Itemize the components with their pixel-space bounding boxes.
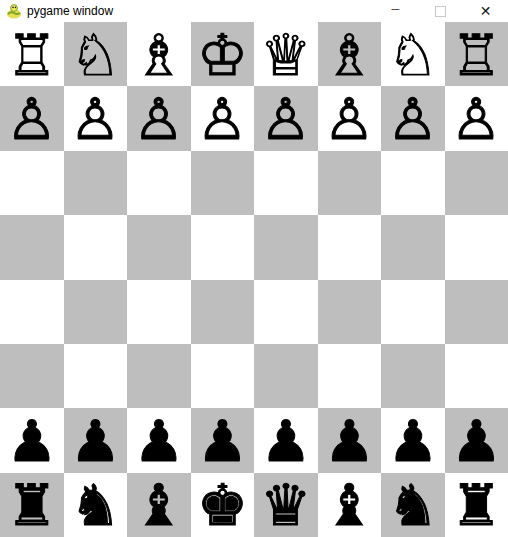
piece-wP: ♙ [451,91,502,148]
piece-bP: ♟ [324,413,375,470]
piece-wN: ♘ [387,27,438,84]
minimize-button[interactable]: ─ [373,0,418,22]
piece-wN: ♘ [70,27,121,84]
piece-bP: ♟ [133,413,184,470]
square-d3[interactable] [191,151,255,215]
square-b8[interactable]: ♞ [64,473,128,537]
square-c4[interactable] [127,215,191,279]
square-b1[interactable]: ♘ [64,22,128,86]
square-a2[interactable]: ♙ [0,86,64,150]
square-g3[interactable] [381,151,445,215]
square-g5[interactable] [381,280,445,344]
square-c6[interactable] [127,344,191,408]
piece-wP: ♙ [6,91,57,148]
minimize-icon: ─ [392,3,400,15]
close-icon: ✕ [480,3,492,19]
square-c5[interactable] [127,280,191,344]
piece-wP: ♙ [260,91,311,148]
piece-wP: ♙ [324,91,375,148]
square-a7[interactable]: ♟ [0,408,64,472]
piece-wP: ♙ [70,91,121,148]
piece-bP: ♟ [260,413,311,470]
square-f1[interactable]: ♗ [318,22,382,86]
square-b2[interactable]: ♙ [64,86,128,150]
square-a6[interactable] [0,344,64,408]
piece-wB: ♗ [324,27,375,84]
piece-wP: ♙ [387,91,438,148]
square-a4[interactable] [0,215,64,279]
square-c7[interactable]: ♟ [127,408,191,472]
maximize-icon [435,6,446,17]
piece-bP: ♟ [6,413,57,470]
pygame-snake-icon [6,3,22,19]
window-title: pygame window [27,0,373,22]
square-e7[interactable]: ♟ [254,408,318,472]
square-h3[interactable] [445,151,508,215]
square-f6[interactable] [318,344,382,408]
piece-bN: ♞ [387,477,438,534]
square-d4[interactable] [191,215,255,279]
piece-wR: ♖ [451,27,502,84]
piece-wK: ♔ [197,27,248,84]
square-b3[interactable] [64,151,128,215]
square-f8[interactable]: ♝ [318,473,382,537]
square-h4[interactable] [445,215,508,279]
square-g7[interactable]: ♟ [381,408,445,472]
square-a3[interactable] [0,151,64,215]
square-g4[interactable] [381,215,445,279]
square-h6[interactable] [445,344,508,408]
square-e1[interactable]: ♕ [254,22,318,86]
piece-bP: ♟ [70,413,121,470]
square-d2[interactable]: ♙ [191,86,255,150]
square-d5[interactable] [191,280,255,344]
square-f5[interactable] [318,280,382,344]
piece-bP: ♟ [451,413,502,470]
square-a1[interactable]: ♖ [0,22,64,86]
square-e5[interactable] [254,280,318,344]
piece-bR: ♜ [451,477,502,534]
square-e8[interactable]: ♛ [254,473,318,537]
piece-bB: ♝ [324,477,375,534]
square-g2[interactable]: ♙ [381,86,445,150]
square-g8[interactable]: ♞ [381,473,445,537]
square-c1[interactable]: ♗ [127,22,191,86]
square-a5[interactable] [0,280,64,344]
piece-bN: ♞ [70,477,121,534]
square-g6[interactable] [381,344,445,408]
square-f4[interactable] [318,215,382,279]
square-h1[interactable]: ♖ [445,22,508,86]
square-h7[interactable]: ♟ [445,408,508,472]
square-d1[interactable]: ♔ [191,22,255,86]
square-b5[interactable] [64,280,128,344]
square-e3[interactable] [254,151,318,215]
square-e6[interactable] [254,344,318,408]
square-g1[interactable]: ♘ [381,22,445,86]
square-c8[interactable]: ♝ [127,473,191,537]
square-c3[interactable] [127,151,191,215]
square-h5[interactable] [445,280,508,344]
close-button[interactable]: ✕ [463,0,508,22]
piece-bQ: ♛ [260,477,311,534]
maximize-button [418,0,463,22]
piece-bK: ♚ [197,477,248,534]
piece-bP: ♟ [387,413,438,470]
piece-bP: ♟ [197,413,248,470]
square-e4[interactable] [254,215,318,279]
square-f2[interactable]: ♙ [318,86,382,150]
square-f3[interactable] [318,151,382,215]
square-d6[interactable] [191,344,255,408]
square-d8[interactable]: ♚ [191,473,255,537]
title-bar: pygame window ─ ✕ [0,0,508,22]
piece-wB: ♗ [133,27,184,84]
square-d7[interactable]: ♟ [191,408,255,472]
square-c2[interactable]: ♙ [127,86,191,150]
piece-wP: ♙ [133,91,184,148]
square-e2[interactable]: ♙ [254,86,318,150]
square-b4[interactable] [64,215,128,279]
square-f7[interactable]: ♟ [318,408,382,472]
chess-board: ♖♘♗♔♕♗♘♖♙♙♙♙♙♙♙♙♟♟♟♟♟♟♟♟♜♞♝♚♛♝♞♜ [0,22,508,537]
square-a8[interactable]: ♜ [0,473,64,537]
pygame-window: pygame window ─ ✕ ♖♘♗♔♕♗♘♖♙♙♙♙♙♙♙♙♟♟♟♟♟♟… [0,0,508,537]
square-b6[interactable] [64,344,128,408]
piece-bB: ♝ [133,477,184,534]
piece-wQ: ♕ [260,27,311,84]
square-h8[interactable]: ♜ [445,473,508,537]
square-b7[interactable]: ♟ [64,408,128,472]
piece-wP: ♙ [197,91,248,148]
piece-wR: ♖ [6,27,57,84]
piece-bR: ♜ [6,477,57,534]
square-h2[interactable]: ♙ [445,86,508,150]
